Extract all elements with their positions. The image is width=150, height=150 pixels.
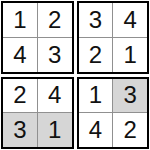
cell-r3c3[interactable]: 1	[79, 79, 113, 113]
box-r1c2: 3421	[77, 1, 150, 74]
cell-r2c3[interactable]: 2	[79, 38, 113, 72]
cell-r4c3[interactable]: 4	[79, 113, 113, 147]
cell-r2c1[interactable]: 4	[3, 38, 37, 72]
sudoku-board: 1243342124311342	[0, 0, 150, 150]
cell-r3c4[interactable]: 3	[113, 79, 147, 113]
cell-r4c4[interactable]: 2	[113, 113, 147, 147]
cell-r1c3[interactable]: 3	[79, 3, 113, 37]
cell-r4c1[interactable]: 3	[3, 113, 37, 147]
cell-r1c1[interactable]: 1	[3, 3, 37, 37]
cell-r4c2[interactable]: 1	[38, 113, 72, 147]
cell-r1c2[interactable]: 2	[38, 3, 72, 37]
cell-r2c4[interactable]: 1	[113, 38, 147, 72]
cell-r2c2[interactable]: 3	[38, 38, 72, 72]
cell-r3c2[interactable]: 4	[38, 79, 72, 113]
box-r2c1: 2431	[1, 77, 74, 150]
cell-r3c1[interactable]: 2	[3, 79, 37, 113]
box-r1c1: 1243	[1, 1, 74, 74]
cell-r1c4[interactable]: 4	[113, 3, 147, 37]
box-r2c2: 1342	[77, 77, 150, 150]
